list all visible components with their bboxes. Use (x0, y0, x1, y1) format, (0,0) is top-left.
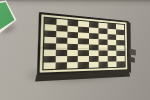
photo-scene (0, 0, 150, 100)
light-sheen (37, 12, 129, 75)
chess-board (37, 12, 129, 75)
